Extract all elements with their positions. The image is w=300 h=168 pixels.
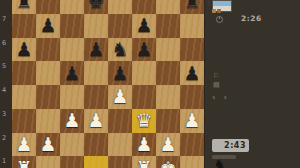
flag-icon[interactable]: ⚐: [213, 72, 219, 80]
square-g5[interactable]: [156, 61, 180, 85]
white-pawn-a2[interactable]: ♟: [15, 135, 32, 154]
square-h3[interactable]: ♟: [180, 109, 204, 133]
rank-label-4: 4: [2, 87, 11, 94]
square-g7[interactable]: [156, 14, 180, 38]
player-clock-active: 2:43: [212, 139, 249, 152]
square-a2[interactable]: ♟: [12, 133, 36, 157]
square-e5[interactable]: ♟: [108, 61, 132, 85]
rank-label-3: 3: [2, 111, 11, 118]
square-h4[interactable]: [180, 85, 204, 109]
black-knight-e6[interactable]: ♞: [111, 40, 128, 59]
square-b7[interactable]: ♟: [36, 14, 60, 38]
black-pawn-c5[interactable]: ♟: [63, 64, 80, 83]
square-f8[interactable]: [132, 0, 156, 14]
black-pawn-e5[interactable]: ♟: [111, 64, 128, 83]
square-c7[interactable]: [60, 14, 84, 38]
square-a1[interactable]: ♜: [12, 156, 36, 168]
black-pawn-a6[interactable]: ♟: [15, 40, 32, 59]
square-b5[interactable]: [36, 61, 60, 85]
square-e3[interactable]: [108, 109, 132, 133]
square-e2[interactable]: [108, 133, 132, 157]
square-b2[interactable]: ♟: [36, 133, 60, 157]
rank-label-1: 1: [2, 158, 11, 165]
square-c6[interactable]: [60, 38, 84, 62]
black-pawn-f6[interactable]: ♟: [135, 40, 152, 59]
next-move-button[interactable]: ›: [223, 92, 227, 102]
square-f6[interactable]: ♟: [132, 38, 156, 62]
square-h2[interactable]: [180, 133, 204, 157]
white-pawn-f2[interactable]: ♟: [135, 135, 152, 154]
square-d7[interactable]: [84, 14, 108, 38]
sidebar: ⋮ 2:26 ⚐ ▤ ‹ › 2:43 ♞: [204, 0, 300, 168]
white-pawn-g2[interactable]: ♟: [159, 135, 176, 154]
square-a4[interactable]: [12, 85, 36, 109]
square-g2[interactable]: ♟: [156, 133, 180, 157]
square-c3[interactable]: ♟: [60, 109, 84, 133]
black-pawn-d6[interactable]: ♟: [87, 40, 104, 59]
black-rook-a8[interactable]: ♜: [15, 0, 32, 11]
square-c5[interactable]: ♟: [60, 61, 84, 85]
square-b4[interactable]: [36, 85, 60, 109]
white-pawn-e4[interactable]: ♟: [111, 87, 128, 106]
rank-label-6: 6: [2, 40, 11, 47]
square-h5[interactable]: ♟: [180, 61, 204, 85]
black-king-d8[interactable]: ♚: [87, 0, 104, 11]
square-g6[interactable]: [156, 38, 180, 62]
black-rook-h8[interactable]: ♜: [183, 0, 200, 11]
rank-label-5: 5: [2, 63, 11, 70]
white-pawn-b2[interactable]: ♟: [39, 135, 56, 154]
square-f5[interactable]: [132, 61, 156, 85]
board-menu-icon[interactable]: ▤: [213, 81, 220, 89]
chess-board[interactable]: ♜♚♜♟♟♟♟♞♟♟♟♟♟♟♟♛♟♟♟♟♟♜♜♚: [12, 0, 204, 168]
prev-move-button[interactable]: ‹: [212, 92, 216, 102]
square-f1[interactable]: ♜: [132, 156, 156, 168]
white-pawn-h3[interactable]: ♟: [183, 111, 200, 130]
black-pawn-b7[interactable]: ♟: [39, 16, 56, 35]
square-g1[interactable]: ♚: [156, 156, 180, 168]
square-e4[interactable]: ♟: [108, 85, 132, 109]
white-queen-f3[interactable]: ♛: [135, 111, 152, 130]
square-g4[interactable]: [156, 85, 180, 109]
opponent-clock: 2:26: [241, 14, 262, 23]
square-h8[interactable]: ♜: [180, 0, 204, 14]
square-e7[interactable]: [108, 14, 132, 38]
square-f4[interactable]: [132, 85, 156, 109]
square-d8[interactable]: ♚: [84, 0, 108, 14]
rank-label-2: 2: [2, 135, 11, 142]
square-h6[interactable]: [180, 38, 204, 62]
square-f2[interactable]: ♟: [132, 133, 156, 157]
square-b6[interactable]: [36, 38, 60, 62]
rank-coordinates: 7654321: [0, 0, 12, 168]
chess-game-view: 7654321 ♜♚♜♟♟♟♟♞♟♟♟♟♟♟♟♛♟♟♟♟♟♜♜♚ ⋮ 2:26 …: [0, 0, 300, 168]
white-pawn-c3[interactable]: ♟: [63, 111, 80, 130]
square-a3[interactable]: [12, 109, 36, 133]
square-g8[interactable]: [156, 0, 180, 14]
square-c1[interactable]: [60, 156, 84, 168]
square-b3[interactable]: [36, 109, 60, 133]
white-rook-f1[interactable]: ♜: [135, 159, 152, 168]
white-pawn-d3[interactable]: ♟: [87, 111, 104, 130]
square-d2[interactable]: [84, 133, 108, 157]
square-d6[interactable]: ♟: [84, 38, 108, 62]
square-g3[interactable]: [156, 109, 180, 133]
square-d1[interactable]: [84, 156, 108, 168]
square-h7[interactable]: [180, 14, 204, 38]
square-a5[interactable]: [12, 61, 36, 85]
black-pawn-h5[interactable]: ♟: [183, 64, 200, 83]
opponent-clock-row: 2:26: [205, 13, 300, 25]
square-d5[interactable]: [84, 61, 108, 85]
square-b8[interactable]: [36, 0, 60, 14]
move-navigation: ‹ ›: [212, 92, 232, 102]
knight-icon: ♞: [213, 158, 226, 168]
square-e1[interactable]: [108, 156, 132, 168]
square-f7[interactable]: ♟: [132, 14, 156, 38]
square-c8[interactable]: [60, 0, 84, 14]
square-h1[interactable]: [180, 156, 204, 168]
square-a8[interactable]: ♜: [12, 0, 36, 14]
white-rook-a1[interactable]: ♜: [15, 159, 32, 168]
square-c2[interactable]: [60, 133, 84, 157]
square-c4[interactable]: [60, 85, 84, 109]
square-a7[interactable]: [12, 14, 36, 38]
square-d3[interactable]: ♟: [84, 109, 108, 133]
square-d4[interactable]: [84, 85, 108, 109]
square-e8[interactable]: [108, 0, 132, 14]
square-e6[interactable]: ♞: [108, 38, 132, 62]
black-pawn-f7[interactable]: ♟: [135, 16, 152, 35]
square-b1[interactable]: [36, 156, 60, 168]
rank-label-7: 7: [2, 16, 11, 23]
square-a6[interactable]: ♟: [12, 38, 36, 62]
square-f3[interactable]: ♛: [132, 109, 156, 133]
white-king-g1[interactable]: ♚: [159, 159, 176, 168]
clock-icon: [216, 16, 223, 23]
